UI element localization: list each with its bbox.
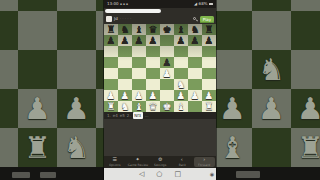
square-f7[interactable]: ♟ [174, 35, 188, 46]
backdrop-square [252, 11, 291, 50]
piece-white-pawn[interactable]: ♟ [202, 90, 216, 101]
tab-label: Options [109, 163, 120, 166]
square-g4[interactable] [188, 68, 202, 79]
square-e5[interactable]: ♟ [160, 57, 174, 68]
backdrop-square: ♝ [213, 128, 252, 167]
square-g2[interactable]: ♟ [188, 90, 202, 101]
backdrop-square: ♟ [18, 89, 57, 128]
square-c6[interactable] [132, 46, 146, 57]
move-token[interactable]: e5 [120, 112, 125, 119]
square-d4[interactable] [146, 68, 160, 79]
backdrop-piece: ♞ [57, 128, 96, 167]
backdrop-square [213, 0, 252, 11]
piece-white-pawn[interactable]: ♟ [118, 90, 132, 101]
tab-label: Forward [198, 163, 210, 166]
square-f2[interactable]: ♟ [174, 90, 188, 101]
backdrop-piece: ♟ [213, 89, 252, 128]
backdrop-artifact [236, 171, 260, 178]
player-name: Jd [114, 16, 118, 22]
forward-icon: › [203, 157, 205, 162]
backdrop-square: ♜ [18, 128, 57, 167]
move-list-bar: 1.e4e52.Nf3... [104, 112, 216, 119]
piece-white-pawn[interactable]: ♟ [174, 90, 188, 101]
square-g8[interactable]: ♞ [188, 24, 202, 35]
square-b4[interactable] [118, 68, 132, 79]
square-c2[interactable]: ♟ [132, 90, 146, 101]
settings-icon: ⚙ [158, 157, 162, 162]
backdrop-piece: ♜ [18, 128, 57, 167]
backdrop-square [0, 11, 18, 50]
move-token[interactable]: 1. [107, 112, 111, 119]
backdrop-square [57, 50, 96, 89]
square-a2[interactable]: ♟ [104, 90, 118, 101]
move-token-current[interactable]: Nf3 [133, 112, 143, 119]
square-c5[interactable] [132, 57, 146, 68]
piece-white-king[interactable]: ♚ [160, 101, 174, 112]
chess-board: ♜♞♝♛♚♝♞♜♟♟♟♟♟♟♟♟♟♞♟♟♟♟♟♟♟♜♞♝♛♚♝♜ [104, 24, 216, 112]
signal-icon: ◢ [194, 0, 197, 8]
square-c1[interactable]: ♝ [132, 101, 146, 112]
square-a8[interactable]: ♜ [104, 24, 118, 35]
tab-game-review[interactable]: ✦Game Review [126, 156, 150, 168]
tab-settings[interactable]: ⚙Settings [150, 156, 172, 168]
game-review-icon: ✦ [135, 157, 139, 162]
backdrop-square [18, 11, 57, 50]
piece-black-pawn[interactable]: ♟ [132, 35, 146, 46]
backdrop-square: ♞ [57, 128, 96, 167]
backdrop-artifact [40, 172, 56, 178]
backdrop-piece: ♜ [291, 128, 320, 167]
backdrop-square [18, 0, 57, 11]
tab-back[interactable]: ‹Back [171, 156, 193, 168]
backdrop-square [213, 11, 252, 50]
piece-black-bishop[interactable]: ♝ [174, 24, 188, 35]
square-d2[interactable]: ♟ [146, 90, 160, 101]
square-h6[interactable] [202, 46, 216, 57]
options-icon: ☰ [113, 157, 117, 162]
square-c8[interactable]: ♝ [132, 24, 146, 35]
square-b8[interactable]: ♞ [118, 24, 132, 35]
battery-percent: 68% [199, 0, 208, 8]
tab-label: Settings [154, 163, 166, 166]
square-d3[interactable] [146, 79, 160, 90]
piece-white-pawn[interactable]: ♟ [132, 90, 146, 101]
android-nav-bar: ◁ ○ □ ◉ [104, 168, 216, 180]
square-b6[interactable] [118, 46, 132, 57]
backdrop-piece: ♟ [291, 89, 320, 128]
square-f6[interactable] [174, 46, 188, 57]
piece-white-pawn[interactable]: ♟ [104, 90, 118, 101]
square-d7[interactable]: ♟ [146, 35, 160, 46]
backdrop-square: ♟ [291, 89, 320, 128]
tab-options[interactable]: ☰Options [104, 156, 126, 168]
square-g3[interactable] [188, 79, 202, 90]
app-header: Jd · · · · · Play [104, 8, 216, 24]
backdrop-square [0, 50, 18, 89]
square-d8[interactable]: ♛ [146, 24, 160, 35]
backdrop-square: ♟ [213, 89, 252, 128]
piece-white-bishop[interactable]: ♝ [132, 101, 146, 112]
piece-white-bishop[interactable]: ♝ [174, 101, 188, 112]
backdrop-piece: ♟ [252, 89, 291, 128]
notification-pill[interactable] [105, 9, 161, 13]
square-b1[interactable]: ♞ [118, 101, 132, 112]
square-d5[interactable] [146, 57, 160, 68]
piece-white-knight[interactable]: ♞ [174, 79, 188, 90]
square-c4[interactable] [132, 68, 146, 79]
status-bar: 13:00 ▪ ▪ ▪ ◢ 68% [104, 0, 216, 8]
square-e7[interactable] [160, 35, 174, 46]
square-c7[interactable]: ♟ [132, 35, 146, 46]
piece-white-pawn[interactable]: ♟ [188, 90, 202, 101]
backdrop-square [0, 89, 18, 128]
square-c3[interactable] [132, 79, 146, 90]
square-d6[interactable] [146, 46, 160, 57]
piece-black-pawn[interactable]: ♟ [174, 35, 188, 46]
backdrop-square: ♞ [252, 50, 291, 89]
bottom-tab-bar: ☰Options✦Game Review⚙Settings‹Back›Forwa… [104, 156, 216, 168]
piece-black-pawn[interactable]: ♟ [118, 35, 132, 46]
square-g6[interactable] [188, 46, 202, 57]
square-b2[interactable]: ♟ [118, 90, 132, 101]
piece-black-knight[interactable]: ♞ [118, 24, 132, 35]
piece-black-pawn[interactable]: ♟ [202, 35, 216, 46]
move-token[interactable]: e4 [113, 112, 118, 119]
square-f4[interactable] [174, 68, 188, 79]
avatar[interactable] [106, 16, 112, 22]
square-a7[interactable]: ♟ [104, 35, 118, 46]
square-f1[interactable]: ♝ [174, 101, 188, 112]
piece-white-rook[interactable]: ♜ [202, 101, 216, 112]
square-e2[interactable] [160, 90, 174, 101]
square-g7[interactable]: ♟ [188, 35, 202, 46]
backdrop-square: ♜ [291, 128, 320, 167]
piece-white-pawn[interactable]: ♟ [146, 90, 160, 101]
piece-white-pawn[interactable]: ♟ [160, 68, 174, 79]
square-h1[interactable]: ♜ [202, 101, 216, 112]
play-button[interactable]: Play [200, 16, 214, 23]
backdrop-square [18, 50, 57, 89]
backdrop-square [252, 128, 291, 167]
square-f5[interactable] [174, 57, 188, 68]
piece-black-rook[interactable]: ♜ [104, 24, 118, 35]
square-h7[interactable]: ♟ [202, 35, 216, 46]
backdrop-artifact [12, 172, 30, 178]
phone-screen: 13:00 ▪ ▪ ▪ ◢ 68% Jd · · · · · Play ♜♞♝♛… [104, 0, 216, 180]
piece-black-bishop[interactable]: ♝ [132, 24, 146, 35]
square-a6[interactable] [104, 46, 118, 57]
backdrop-piece: ♟ [57, 89, 96, 128]
move-token[interactable]: ... [145, 112, 149, 119]
backdrop-piece: ♟ [18, 89, 57, 128]
backdrop-square [0, 128, 18, 167]
square-e4[interactable]: ♟ [160, 68, 174, 79]
piece-black-king[interactable]: ♚ [160, 24, 174, 35]
square-e8[interactable]: ♚ [160, 24, 174, 35]
backdrop-square: ♟ [57, 89, 96, 128]
piece-white-rook[interactable]: ♜ [104, 101, 118, 112]
square-h5[interactable] [202, 57, 216, 68]
tab-label: Back [178, 163, 185, 166]
square-f3[interactable]: ♞ [174, 79, 188, 90]
video-frame: ♞♟♟♟♟♟♟♜♞♝♝♜ 13:00 ▪ ▪ ▪ ◢ 68% Jd · · · … [0, 0, 320, 180]
tab-label: Game Review [127, 163, 147, 166]
clock: 13:00 [107, 0, 119, 8]
square-a5[interactable] [104, 57, 118, 68]
piece-black-knight[interactable]: ♞ [188, 24, 202, 35]
tab-forward[interactable]: ›Forward [194, 157, 216, 167]
piece-white-knight[interactable]: ♞ [118, 101, 132, 112]
square-h3[interactable] [202, 79, 216, 90]
square-a1[interactable]: ♜ [104, 101, 118, 112]
square-e1[interactable]: ♚ [160, 101, 174, 112]
notification-icons: ▪ ▪ ▪ [120, 0, 128, 8]
square-b7[interactable]: ♟ [118, 35, 132, 46]
search-icon[interactable] [192, 16, 198, 22]
move-token[interactable]: 2. [127, 112, 131, 119]
battery-icon [209, 3, 213, 6]
square-b3[interactable] [118, 79, 132, 90]
square-d1[interactable]: ♛ [146, 101, 160, 112]
backdrop-square [291, 11, 320, 50]
android-recents-icon[interactable]: □ [174, 168, 181, 180]
piece-black-pawn[interactable]: ♟ [104, 35, 118, 46]
player-meta: · · · · · [120, 16, 190, 22]
square-e3[interactable] [160, 79, 174, 90]
square-a4[interactable] [104, 68, 118, 79]
back-icon: ‹ [181, 157, 183, 162]
screen-record-icon: ◉ [210, 171, 214, 177]
piece-black-pawn[interactable]: ♟ [146, 35, 160, 46]
piece-black-pawn[interactable]: ♟ [160, 57, 174, 68]
backdrop-square [252, 0, 291, 11]
backdrop-piece: ♞ [252, 50, 291, 89]
backdrop-square [213, 50, 252, 89]
backdrop-square: ♟ [252, 89, 291, 128]
square-h4[interactable] [202, 68, 216, 79]
backdrop-square [57, 0, 96, 11]
piece-black-pawn[interactable]: ♟ [188, 35, 202, 46]
piece-white-queen[interactable]: ♛ [146, 101, 160, 112]
piece-black-queen[interactable]: ♛ [146, 24, 160, 35]
square-g5[interactable] [188, 57, 202, 68]
piece-black-rook[interactable]: ♜ [202, 24, 216, 35]
square-b5[interactable] [118, 57, 132, 68]
backdrop-square [291, 50, 320, 89]
backdrop-square [291, 0, 320, 11]
square-g1[interactable] [188, 101, 202, 112]
backdrop-square [0, 0, 18, 11]
square-h2[interactable]: ♟ [202, 90, 216, 101]
square-h8[interactable]: ♜ [202, 24, 216, 35]
content-panel [104, 119, 216, 156]
square-f8[interactable]: ♝ [174, 24, 188, 35]
square-a3[interactable] [104, 79, 118, 90]
android-home-icon[interactable]: ○ [156, 168, 162, 180]
backdrop-piece: ♝ [213, 128, 252, 167]
square-e6[interactable] [160, 46, 174, 57]
backdrop-square [57, 11, 96, 50]
android-back-icon[interactable]: ◁ [139, 168, 144, 180]
